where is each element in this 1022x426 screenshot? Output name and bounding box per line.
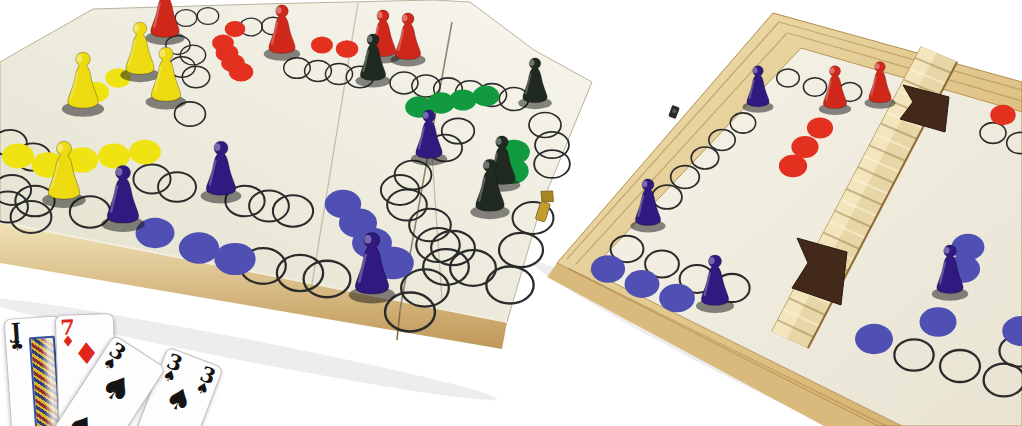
storage-box [547, 13, 1022, 426]
home-dot-blue [591, 255, 625, 282]
home-dot-red [229, 62, 253, 81]
home-dot-blue [214, 243, 255, 275]
home-dot-yellow [129, 140, 161, 165]
home-dot-blue [179, 232, 219, 263]
home-dot-green [473, 86, 500, 107]
home-dot-red [791, 136, 818, 158]
home-dot-red [807, 118, 833, 139]
home-dot-red [336, 40, 358, 57]
open-board [0, 0, 592, 349]
board-photo-canvas [0, 0, 1022, 426]
box-clasp-icon [668, 105, 680, 119]
home-dot-blue [855, 324, 893, 354]
home-dot-yellow [2, 144, 34, 169]
home-dot-yellow [98, 144, 130, 169]
home-dot-blue [625, 270, 660, 298]
box-floor [590, 48, 1022, 426]
scene: J ♣ 7 ♦ ♦ ♦ 3 ♠ 3 ♠ ♠ 3 [0, 0, 1022, 426]
home-dot-red [990, 105, 1015, 125]
home-dot-blue [659, 284, 695, 313]
home-dot-red [779, 155, 807, 178]
home-dot-red [225, 21, 246, 37]
home-dot-green [450, 89, 477, 110]
home-dot-blue [919, 307, 956, 337]
home-dot-red [311, 36, 333, 53]
